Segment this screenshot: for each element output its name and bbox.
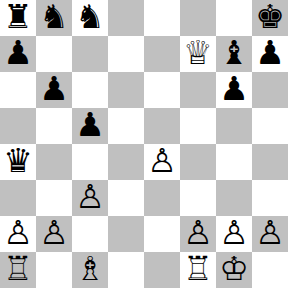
white-queen-f7[interactable]: ♕ bbox=[183, 35, 213, 71]
square-c6[interactable] bbox=[72, 72, 108, 108]
square-d3[interactable] bbox=[108, 180, 144, 216]
square-d4[interactable] bbox=[108, 144, 144, 180]
black-king-h8[interactable]: ♚ bbox=[255, 0, 285, 35]
square-h7[interactable]: ♟ bbox=[252, 36, 288, 72]
square-f4[interactable] bbox=[180, 144, 216, 180]
square-h6[interactable] bbox=[252, 72, 288, 108]
black-bishop-g7[interactable]: ♝ bbox=[219, 35, 249, 71]
square-a2[interactable]: ♙ bbox=[0, 216, 36, 252]
white-pawn-f2[interactable]: ♙ bbox=[183, 215, 213, 251]
square-b8[interactable]: ♞ bbox=[36, 0, 72, 36]
square-g8[interactable] bbox=[216, 0, 252, 36]
square-g4[interactable] bbox=[216, 144, 252, 180]
square-b5[interactable] bbox=[36, 108, 72, 144]
black-pawn-b6[interactable]: ♟ bbox=[39, 71, 69, 107]
square-b2[interactable]: ♙ bbox=[36, 216, 72, 252]
square-d1[interactable] bbox=[108, 252, 144, 288]
square-h4[interactable] bbox=[252, 144, 288, 180]
black-rook-a8[interactable]: ♜ bbox=[3, 0, 33, 35]
square-f8[interactable] bbox=[180, 0, 216, 36]
square-h8[interactable]: ♚ bbox=[252, 0, 288, 36]
square-g6[interactable]: ♟ bbox=[216, 72, 252, 108]
square-c7[interactable] bbox=[72, 36, 108, 72]
square-c3[interactable]: ♙ bbox=[72, 180, 108, 216]
black-knight-b8[interactable]: ♞ bbox=[39, 0, 69, 35]
white-pawn-g2[interactable]: ♙ bbox=[219, 215, 249, 251]
square-b3[interactable] bbox=[36, 180, 72, 216]
square-a7[interactable]: ♟ bbox=[0, 36, 36, 72]
square-e8[interactable] bbox=[144, 0, 180, 36]
square-f6[interactable] bbox=[180, 72, 216, 108]
white-rook-f1[interactable]: ♖ bbox=[183, 251, 213, 287]
white-pawn-h2[interactable]: ♙ bbox=[255, 215, 285, 251]
square-f1[interactable]: ♖ bbox=[180, 252, 216, 288]
square-d5[interactable] bbox=[108, 108, 144, 144]
square-b6[interactable]: ♟ bbox=[36, 72, 72, 108]
square-g3[interactable] bbox=[216, 180, 252, 216]
white-pawn-a2[interactable]: ♙ bbox=[3, 215, 33, 251]
black-pawn-g6[interactable]: ♟ bbox=[219, 71, 249, 107]
square-c2[interactable] bbox=[72, 216, 108, 252]
square-b7[interactable] bbox=[36, 36, 72, 72]
square-e2[interactable] bbox=[144, 216, 180, 252]
square-h2[interactable]: ♙ bbox=[252, 216, 288, 252]
white-pawn-e4[interactable]: ♙ bbox=[147, 143, 177, 179]
white-pawn-c3[interactable]: ♙ bbox=[75, 179, 105, 215]
square-d7[interactable] bbox=[108, 36, 144, 72]
square-b4[interactable] bbox=[36, 144, 72, 180]
square-g1[interactable]: ♔ bbox=[216, 252, 252, 288]
black-pawn-h7[interactable]: ♟ bbox=[255, 35, 285, 71]
square-h5[interactable] bbox=[252, 108, 288, 144]
white-rook-a1[interactable]: ♖ bbox=[3, 251, 33, 287]
square-d8[interactable] bbox=[108, 0, 144, 36]
white-pawn-b2[interactable]: ♙ bbox=[39, 215, 69, 251]
white-bishop-c1[interactable]: ♗ bbox=[75, 251, 105, 287]
white-king-g1[interactable]: ♔ bbox=[219, 251, 249, 287]
square-e6[interactable] bbox=[144, 72, 180, 108]
square-f2[interactable]: ♙ bbox=[180, 216, 216, 252]
square-g2[interactable]: ♙ bbox=[216, 216, 252, 252]
square-a8[interactable]: ♜ bbox=[0, 0, 36, 36]
square-h3[interactable] bbox=[252, 180, 288, 216]
square-c8[interactable]: ♞ bbox=[72, 0, 108, 36]
square-f7[interactable]: ♕ bbox=[180, 36, 216, 72]
square-f5[interactable] bbox=[180, 108, 216, 144]
square-d2[interactable] bbox=[108, 216, 144, 252]
black-knight-c8[interactable]: ♞ bbox=[75, 0, 105, 35]
square-a3[interactable] bbox=[0, 180, 36, 216]
square-f3[interactable] bbox=[180, 180, 216, 216]
square-a6[interactable] bbox=[0, 72, 36, 108]
square-c5[interactable]: ♟ bbox=[72, 108, 108, 144]
square-e7[interactable] bbox=[144, 36, 180, 72]
square-g7[interactable]: ♝ bbox=[216, 36, 252, 72]
square-e3[interactable] bbox=[144, 180, 180, 216]
square-e1[interactable] bbox=[144, 252, 180, 288]
square-h1[interactable] bbox=[252, 252, 288, 288]
square-e4[interactable]: ♙ bbox=[144, 144, 180, 180]
black-pawn-a7[interactable]: ♟ bbox=[3, 35, 33, 71]
square-g5[interactable] bbox=[216, 108, 252, 144]
square-c1[interactable]: ♗ bbox=[72, 252, 108, 288]
chess-board: ♜♞♞♚♟♕♝♟♟♟♟♛♙♙♙♙♙♙♙♖♗♖♔ bbox=[0, 0, 288, 288]
square-d6[interactable] bbox=[108, 72, 144, 108]
square-c4[interactable] bbox=[72, 144, 108, 180]
black-pawn-c5[interactable]: ♟ bbox=[75, 107, 105, 143]
black-queen-a4[interactable]: ♛ bbox=[3, 143, 33, 179]
square-a5[interactable] bbox=[0, 108, 36, 144]
square-a1[interactable]: ♖ bbox=[0, 252, 36, 288]
square-e5[interactable] bbox=[144, 108, 180, 144]
square-a4[interactable]: ♛ bbox=[0, 144, 36, 180]
square-b1[interactable] bbox=[36, 252, 72, 288]
